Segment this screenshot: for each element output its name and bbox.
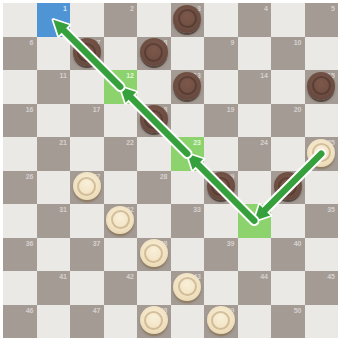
- light-square: [137, 3, 171, 37]
- square-5[interactable]: 5: [305, 3, 339, 37]
- square-1[interactable]: 1: [37, 3, 71, 37]
- square-number: 50: [294, 307, 302, 314]
- black-man-29[interactable]: [207, 172, 235, 200]
- square-37[interactable]: 37: [70, 238, 104, 272]
- light-square: [204, 137, 238, 171]
- square-number: 40: [294, 240, 302, 247]
- square-10[interactable]: 10: [271, 37, 305, 71]
- light-square: [305, 171, 339, 205]
- square-3[interactable]: 3: [171, 3, 205, 37]
- light-square: [137, 204, 171, 238]
- square-number: 24: [260, 139, 268, 146]
- light-square: [171, 104, 205, 138]
- square-42[interactable]: 42: [104, 271, 138, 305]
- square-number: 9: [231, 39, 235, 46]
- light-square: [238, 104, 272, 138]
- light-square: [204, 204, 238, 238]
- square-12[interactable]: 12: [104, 70, 138, 104]
- square-8[interactable]: 8: [137, 37, 171, 71]
- black-man-18[interactable]: [140, 105, 168, 133]
- square-18[interactable]: 18: [137, 104, 171, 138]
- white-man-25[interactable]: [307, 139, 335, 167]
- square-number: 47: [93, 307, 101, 314]
- square-40[interactable]: 40: [271, 238, 305, 272]
- light-square: [3, 271, 37, 305]
- square-number: 33: [193, 206, 201, 213]
- square-2[interactable]: 2: [104, 3, 138, 37]
- light-square: [104, 104, 138, 138]
- square-19[interactable]: 19: [204, 104, 238, 138]
- light-square: [70, 3, 104, 37]
- square-number: 10: [294, 39, 302, 46]
- square-41[interactable]: 41: [37, 271, 71, 305]
- light-square: [104, 171, 138, 205]
- draughts-board-container: 1234567891011121314151617181920212223242…: [0, 0, 341, 341]
- square-number: 20: [294, 106, 302, 113]
- black-man-3[interactable]: [173, 5, 201, 33]
- light-square: [104, 305, 138, 339]
- square-number: 34: [260, 206, 268, 213]
- square-33[interactable]: 33: [171, 204, 205, 238]
- square-20[interactable]: 20: [271, 104, 305, 138]
- light-square: [171, 171, 205, 205]
- square-44[interactable]: 44: [238, 271, 272, 305]
- light-square: [204, 70, 238, 104]
- light-square: [271, 3, 305, 37]
- light-square: [37, 238, 71, 272]
- light-square: [137, 70, 171, 104]
- light-square: [104, 238, 138, 272]
- square-number: 6: [30, 39, 34, 46]
- square-36[interactable]: 36: [3, 238, 37, 272]
- square-45[interactable]: 45: [305, 271, 339, 305]
- square-25[interactable]: 25: [305, 137, 339, 171]
- square-14[interactable]: 14: [238, 70, 272, 104]
- board: 1234567891011121314151617181920212223242…: [3, 3, 338, 338]
- square-number: 2: [130, 5, 134, 12]
- white-man-32[interactable]: [106, 206, 134, 234]
- square-number: 35: [327, 206, 335, 213]
- square-7[interactable]: 7: [70, 37, 104, 71]
- square-number: 36: [26, 240, 34, 247]
- square-31[interactable]: 31: [37, 204, 71, 238]
- square-16[interactable]: 16: [3, 104, 37, 138]
- square-6[interactable]: 6: [3, 37, 37, 71]
- light-square: [37, 305, 71, 339]
- square-21[interactable]: 21: [37, 137, 71, 171]
- light-square: [171, 305, 205, 339]
- square-number: 14: [260, 72, 268, 79]
- white-man-43[interactable]: [173, 273, 201, 301]
- light-square: [271, 204, 305, 238]
- square-46[interactable]: 46: [3, 305, 37, 339]
- light-square: [137, 137, 171, 171]
- white-man-38[interactable]: [140, 239, 168, 267]
- square-number: 41: [59, 273, 67, 280]
- square-38[interactable]: 38: [137, 238, 171, 272]
- white-man-27[interactable]: [73, 172, 101, 200]
- light-square: [70, 137, 104, 171]
- square-23[interactable]: 23: [171, 137, 205, 171]
- square-43[interactable]: 43: [171, 271, 205, 305]
- square-number: 31: [59, 206, 67, 213]
- square-49[interactable]: 49: [204, 305, 238, 339]
- light-square: [204, 271, 238, 305]
- light-square: [305, 104, 339, 138]
- light-square: [271, 271, 305, 305]
- light-square: [171, 238, 205, 272]
- light-square: [104, 37, 138, 71]
- light-square: [3, 70, 37, 104]
- light-square: [305, 238, 339, 272]
- black-man-13[interactable]: [173, 72, 201, 100]
- square-13[interactable]: 13: [171, 70, 205, 104]
- square-30[interactable]: 30: [271, 171, 305, 205]
- square-17[interactable]: 17: [70, 104, 104, 138]
- square-4[interactable]: 4: [238, 3, 272, 37]
- light-square: [70, 271, 104, 305]
- square-15[interactable]: 15: [305, 70, 339, 104]
- black-man-15[interactable]: [307, 72, 335, 100]
- square-number: 19: [227, 106, 235, 113]
- light-square: [238, 238, 272, 272]
- light-square: [3, 137, 37, 171]
- square-number: 11: [60, 72, 67, 79]
- square-number: 23: [193, 139, 201, 146]
- light-square: [238, 171, 272, 205]
- square-number: 44: [260, 273, 268, 280]
- square-number: 26: [26, 173, 34, 180]
- light-square: [204, 3, 238, 37]
- black-man-7[interactable]: [73, 38, 101, 66]
- white-man-48[interactable]: [140, 306, 168, 334]
- square-34[interactable]: 34: [238, 204, 272, 238]
- square-number: 4: [264, 5, 268, 12]
- square-number: 5: [331, 5, 335, 12]
- square-28[interactable]: 28: [137, 171, 171, 205]
- square-50[interactable]: 50: [271, 305, 305, 339]
- light-square: [305, 37, 339, 71]
- light-square: [3, 3, 37, 37]
- light-square: [271, 70, 305, 104]
- square-39[interactable]: 39: [204, 238, 238, 272]
- square-24[interactable]: 24: [238, 137, 272, 171]
- square-number: 37: [93, 240, 101, 247]
- square-number: 42: [126, 273, 134, 280]
- square-number: 21: [59, 139, 67, 146]
- square-22[interactable]: 22: [104, 137, 138, 171]
- square-11[interactable]: 11: [37, 70, 71, 104]
- light-square: [70, 204, 104, 238]
- light-square: [3, 204, 37, 238]
- square-47[interactable]: 47: [70, 305, 104, 339]
- square-26[interactable]: 26: [3, 171, 37, 205]
- light-square: [37, 37, 71, 71]
- square-number: 45: [327, 273, 335, 280]
- square-number: 28: [160, 173, 168, 180]
- square-35[interactable]: 35: [305, 204, 339, 238]
- light-square: [238, 37, 272, 71]
- light-square: [37, 104, 71, 138]
- square-9[interactable]: 9: [204, 37, 238, 71]
- light-square: [70, 70, 104, 104]
- light-square: [37, 171, 71, 205]
- square-number: 1: [63, 5, 67, 12]
- light-square: [137, 271, 171, 305]
- light-square: [171, 37, 205, 71]
- light-square: [271, 137, 305, 171]
- square-number: 46: [26, 307, 34, 314]
- square-number: 22: [126, 139, 134, 146]
- square-29[interactable]: 29: [204, 171, 238, 205]
- square-number: 16: [26, 106, 34, 113]
- black-man-8[interactable]: [140, 38, 168, 66]
- light-square: [305, 305, 339, 339]
- black-man-30[interactable]: [274, 172, 302, 200]
- square-48[interactable]: 48: [137, 305, 171, 339]
- square-27[interactable]: 27: [70, 171, 104, 205]
- square-number: 17: [93, 106, 101, 113]
- square-number: 39: [227, 240, 235, 247]
- square-number: 12: [126, 72, 134, 79]
- square-32[interactable]: 32: [104, 204, 138, 238]
- white-man-49[interactable]: [207, 306, 235, 334]
- light-square: [238, 305, 272, 339]
